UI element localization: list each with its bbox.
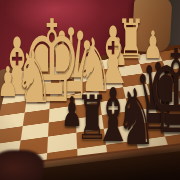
black-knight[interactable]: ♞ bbox=[116, 79, 156, 156]
chess-photo-scene: ♜♟♟♟♝♞♝♛♟♚♟♞♟♛♚♜♝♞ bbox=[0, 0, 180, 180]
pieces-layer: ♜♟♟♟♝♞♝♛♟♚♟♞♟♛♚♜♝♞ bbox=[0, 0, 180, 180]
white-knight[interactable]: ♞ bbox=[15, 41, 52, 113]
